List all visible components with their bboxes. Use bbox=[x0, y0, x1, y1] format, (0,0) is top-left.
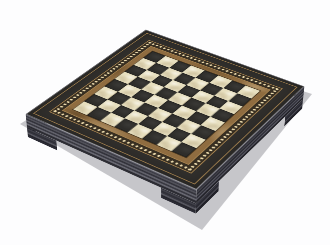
square[interactable] bbox=[148, 108, 172, 122]
square[interactable] bbox=[124, 110, 148, 124]
square[interactable] bbox=[219, 101, 242, 114]
square[interactable] bbox=[177, 119, 201, 133]
square[interactable] bbox=[171, 142, 196, 157]
square[interactable] bbox=[186, 111, 210, 125]
square[interactable] bbox=[201, 117, 225, 131]
square[interactable] bbox=[162, 113, 186, 127]
square[interactable] bbox=[181, 133, 206, 148]
square[interactable] bbox=[191, 125, 215, 140]
square[interactable] bbox=[135, 102, 159, 116]
photo-canvas bbox=[0, 0, 330, 245]
square[interactable] bbox=[142, 130, 167, 145]
square[interactable] bbox=[111, 105, 135, 119]
square[interactable] bbox=[138, 116, 162, 130]
square[interactable] bbox=[152, 122, 176, 136]
square[interactable] bbox=[97, 99, 121, 112]
square[interactable] bbox=[156, 136, 181, 151]
square[interactable] bbox=[87, 107, 111, 121]
chessboard bbox=[26, 30, 305, 190]
square[interactable] bbox=[114, 118, 138, 132]
scene bbox=[0, 0, 330, 245]
square[interactable] bbox=[73, 102, 97, 116]
square[interactable] bbox=[210, 109, 234, 123]
board-surface bbox=[26, 30, 305, 190]
square[interactable] bbox=[128, 124, 153, 138]
square[interactable] bbox=[158, 100, 182, 113]
square[interactable] bbox=[172, 105, 196, 119]
square[interactable] bbox=[196, 103, 220, 117]
square[interactable] bbox=[100, 113, 124, 127]
square[interactable] bbox=[167, 127, 192, 142]
